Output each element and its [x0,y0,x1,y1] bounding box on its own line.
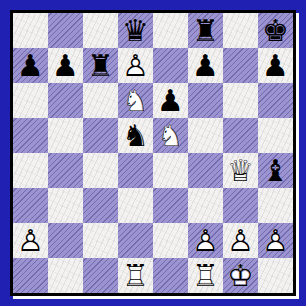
square-a1[interactable] [13,258,48,293]
white-piece-outline-layer: ♙ [13,223,48,258]
square-a4[interactable] [13,153,48,188]
square-f2[interactable]: ♟♙ [188,223,223,258]
white-piece-outline-layer: ♔ [223,258,258,293]
square-e8[interactable] [153,13,188,48]
piece-white-rook: ♜♖ [118,258,153,293]
piece-white-pawn: ♟♙ [13,223,48,258]
white-piece-outline-layer: ♘ [153,118,188,153]
piece-black-king: ♚ [258,13,293,48]
square-b1[interactable] [48,258,83,293]
piece-white-rook: ♜♖ [188,258,223,293]
square-b6[interactable] [48,83,83,118]
white-piece-outline-layer: ♙ [188,223,223,258]
square-h8[interactable]: ♚ [258,13,293,48]
piece-black-pawn: ♟ [188,48,223,83]
square-a5[interactable] [13,118,48,153]
white-piece-outline-layer: ♕ [223,153,258,188]
square-g8[interactable] [223,13,258,48]
square-b5[interactable] [48,118,83,153]
square-c2[interactable] [83,223,118,258]
piece-white-pawn: ♟♙ [258,223,293,258]
square-e1[interactable] [153,258,188,293]
square-b8[interactable] [48,13,83,48]
square-d5[interactable]: ♞ [118,118,153,153]
square-f5[interactable] [188,118,223,153]
square-h5[interactable] [258,118,293,153]
square-f1[interactable]: ♜♖ [188,258,223,293]
white-piece-outline-layer: ♙ [118,48,153,83]
white-piece-outline-layer: ♖ [118,258,153,293]
white-piece-outline-layer: ♘ [118,83,153,118]
square-c5[interactable] [83,118,118,153]
piece-white-queen: ♛♕ [223,153,258,188]
square-f6[interactable] [188,83,223,118]
square-e4[interactable] [153,153,188,188]
square-f4[interactable] [188,153,223,188]
square-c4[interactable] [83,153,118,188]
square-g4[interactable]: ♛♕ [223,153,258,188]
piece-white-pawn: ♟♙ [188,223,223,258]
square-c3[interactable] [83,188,118,223]
square-g7[interactable] [223,48,258,83]
piece-black-pawn: ♟ [48,48,83,83]
white-piece-outline-layer: ♙ [258,223,293,258]
square-c7[interactable]: ♜ [83,48,118,83]
square-c1[interactable] [83,258,118,293]
white-piece-outline-layer: ♖ [188,258,223,293]
piece-black-pawn: ♟ [153,83,188,118]
square-g6[interactable] [223,83,258,118]
square-h4[interactable]: ♝ [258,153,293,188]
square-d3[interactable] [118,188,153,223]
board-frame: ♛♜♚♟♟♜♟♙♟♟♞♘♟♞♞♘♛♕♝♟♙♟♙♟♙♟♙♜♖♜♖♚♔ [10,10,296,296]
square-b3[interactable] [48,188,83,223]
piece-black-queen: ♛ [118,13,153,48]
square-e7[interactable] [153,48,188,83]
piece-white-knight: ♞♘ [153,118,188,153]
piece-white-king: ♚♔ [223,258,258,293]
chess-board: ♛♜♚♟♟♜♟♙♟♟♞♘♟♞♞♘♛♕♝♟♙♟♙♟♙♟♙♜♖♜♖♚♔ [13,13,293,293]
square-a7[interactable]: ♟ [13,48,48,83]
piece-black-rook: ♜ [188,13,223,48]
piece-white-knight: ♞♘ [118,83,153,118]
square-g1[interactable]: ♚♔ [223,258,258,293]
piece-black-knight: ♞ [118,118,153,153]
square-e6[interactable]: ♟ [153,83,188,118]
square-b4[interactable] [48,153,83,188]
square-c6[interactable] [83,83,118,118]
square-f7[interactable]: ♟ [188,48,223,83]
square-e3[interactable] [153,188,188,223]
square-c8[interactable] [83,13,118,48]
square-a8[interactable] [13,13,48,48]
square-f8[interactable]: ♜ [188,13,223,48]
square-b7[interactable]: ♟ [48,48,83,83]
square-g3[interactable] [223,188,258,223]
square-f3[interactable] [188,188,223,223]
diagram-background: ♛♜♚♟♟♜♟♙♟♟♞♘♟♞♞♘♛♕♝♟♙♟♙♟♙♟♙♜♖♜♖♚♔ [0,0,306,306]
square-h1[interactable] [258,258,293,293]
square-a6[interactable] [13,83,48,118]
square-e5[interactable]: ♞♘ [153,118,188,153]
square-d7[interactable]: ♟♙ [118,48,153,83]
square-g5[interactable] [223,118,258,153]
piece-black-rook: ♜ [83,48,118,83]
piece-black-pawn: ♟ [13,48,48,83]
white-piece-outline-layer: ♙ [223,223,258,258]
square-d2[interactable] [118,223,153,258]
square-a2[interactable]: ♟♙ [13,223,48,258]
piece-white-pawn: ♟♙ [223,223,258,258]
piece-black-pawn: ♟ [258,48,293,83]
square-h7[interactable]: ♟ [258,48,293,83]
square-d8[interactable]: ♛ [118,13,153,48]
square-h6[interactable] [258,83,293,118]
square-d1[interactable]: ♜♖ [118,258,153,293]
square-b2[interactable] [48,223,83,258]
square-a3[interactable] [13,188,48,223]
piece-black-bishop: ♝ [258,153,293,188]
square-d6[interactable]: ♞♘ [118,83,153,118]
square-d4[interactable] [118,153,153,188]
piece-white-pawn: ♟♙ [118,48,153,83]
square-g2[interactable]: ♟♙ [223,223,258,258]
square-h3[interactable] [258,188,293,223]
square-e2[interactable] [153,223,188,258]
square-h2[interactable]: ♟♙ [258,223,293,258]
